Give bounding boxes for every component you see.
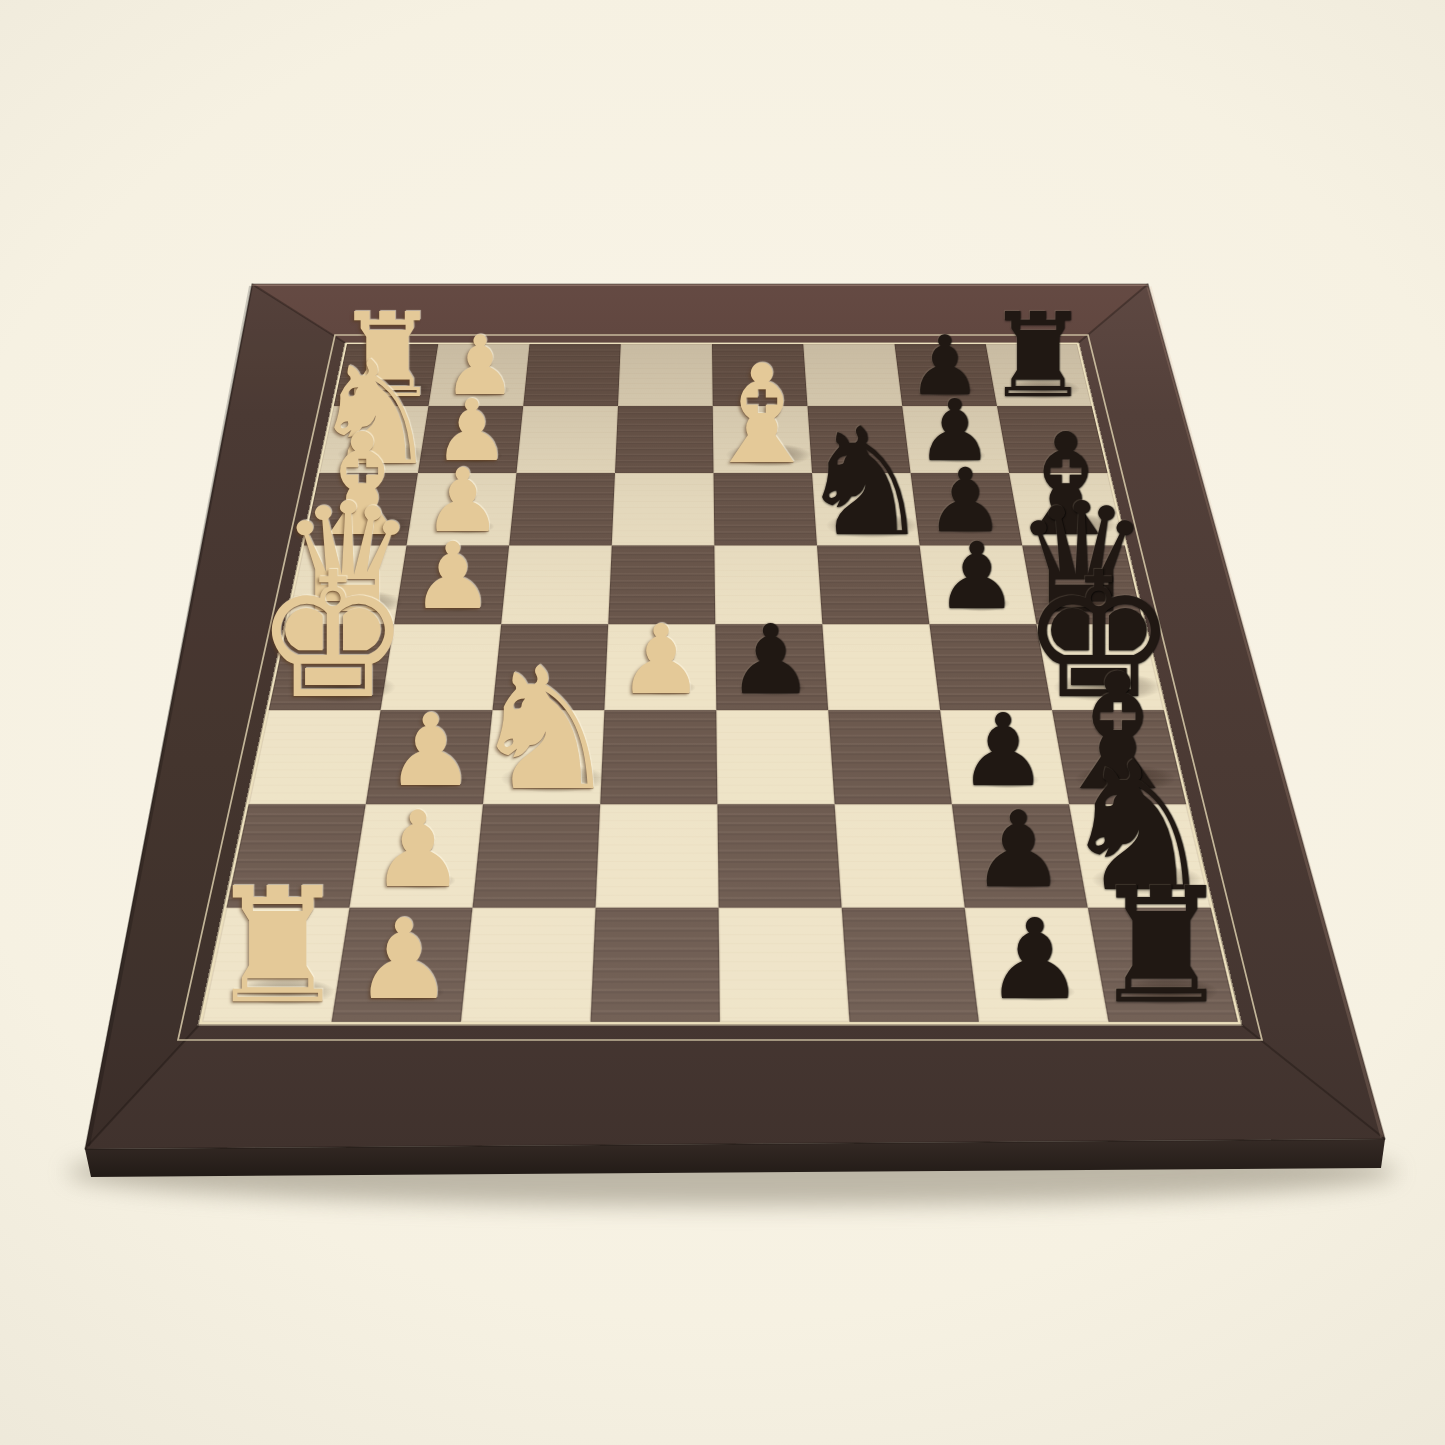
piece-black-rook-a8[interactable]: ♜ [985, 297, 1090, 414]
square-a4[interactable] [618, 344, 713, 406]
piece-white-pawn-f2[interactable]: ♟ [386, 701, 476, 801]
square-h3[interactable] [461, 908, 596, 1022]
square-d3[interactable] [501, 545, 612, 624]
square-g6[interactable] [835, 804, 965, 907]
square-f5[interactable] [716, 710, 834, 804]
piece-black-knight-c6[interactable]: ♞ [798, 408, 932, 557]
piece-white-rook-h1[interactable]: ♜ [206, 866, 349, 1025]
square-g5[interactable] [717, 804, 841, 907]
piece-black-rook-h8[interactable]: ♜ [1090, 866, 1233, 1025]
square-h5[interactable] [719, 908, 850, 1022]
square-h6[interactable] [842, 908, 979, 1022]
piece-black-pawn-g7[interactable]: ♟ [971, 798, 1065, 903]
square-b3[interactable] [516, 406, 618, 473]
square-c4[interactable] [612, 473, 715, 546]
piece-white-pawn-d2[interactable]: ♟ [412, 531, 494, 623]
piece-white-pawn-e4[interactable]: ♟ [618, 612, 704, 708]
square-b4[interactable] [615, 406, 714, 473]
square-a3[interactable] [523, 344, 621, 406]
piece-black-pawn-h7[interactable]: ♟ [985, 904, 1085, 1015]
piece-black-pawn-f7[interactable]: ♟ [958, 701, 1048, 801]
square-e6[interactable] [822, 624, 940, 710]
piece-white-pawn-g2[interactable]: ♟ [371, 798, 465, 903]
square-f6[interactable] [828, 710, 952, 804]
piece-black-pawn-d7[interactable]: ♟ [936, 531, 1018, 623]
piece-white-knight-f3[interactable]: ♞ [469, 645, 621, 814]
piece-white-pawn-h2[interactable]: ♟ [354, 904, 454, 1015]
square-h4[interactable] [590, 908, 720, 1022]
square-c3[interactable] [509, 473, 615, 546]
chessboard-scene: ♜♞♝♛♚♜♟♟♟♟♟♟♟♞♟♝♟♞♟♟♟♟♟♟♟♜♝♛♚♝♞♜ [0, 0, 1445, 1445]
piece-black-pawn-e5[interactable]: ♟ [727, 612, 813, 708]
